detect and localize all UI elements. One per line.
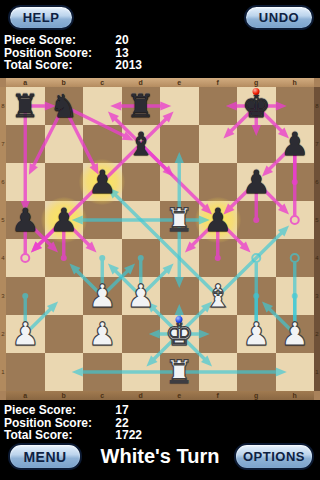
square-h5[interactable] xyxy=(276,201,315,239)
rank-label-7: 7 xyxy=(314,125,320,163)
square-a1[interactable] xyxy=(6,353,45,391)
black-pawn-g6[interactable]: ♟ xyxy=(237,163,276,201)
file-label-c: c xyxy=(83,391,122,400)
square-g4[interactable] xyxy=(237,239,276,277)
square-b4[interactable] xyxy=(45,239,84,277)
piece-score-row: Piece Score: 17 xyxy=(4,404,224,417)
white-pawn-d3[interactable]: ♟ xyxy=(122,277,161,315)
black-bishop-icon: ♝ xyxy=(122,125,161,163)
file-label-a: a xyxy=(6,391,45,400)
square-c5[interactable] xyxy=(83,201,122,239)
square-b6[interactable] xyxy=(45,163,84,201)
total-score-value: 2013 xyxy=(115,58,142,72)
white-pawn-icon: ♟ xyxy=(83,315,122,353)
square-d5[interactable] xyxy=(122,201,161,239)
square-c4[interactable] xyxy=(83,239,122,277)
square-b2[interactable] xyxy=(45,315,84,353)
file-label-h: h xyxy=(276,391,315,400)
white-pawn-icon: ♟ xyxy=(83,277,122,315)
black-rook-d8[interactable]: ♜ xyxy=(122,87,161,125)
total-score-value: 1722 xyxy=(115,428,142,442)
black-king-jewel-icon xyxy=(253,88,260,95)
white-pawn-icon: ♟ xyxy=(6,315,45,353)
rank-label-5: 5 xyxy=(314,201,320,239)
file-labels-top: abcdefgh xyxy=(6,78,314,87)
square-d4[interactable] xyxy=(122,239,161,277)
square-e4[interactable] xyxy=(160,239,199,277)
piece-score-row: Piece Score: 20 xyxy=(4,34,224,47)
black-score-panel: Piece Score: 20 Position Score: 13 Total… xyxy=(4,34,224,72)
rank-labels-right: 87654321 xyxy=(314,87,320,391)
file-label-c: c xyxy=(83,78,122,87)
black-pawn-icon: ♟ xyxy=(199,201,238,239)
white-pawn-g2[interactable]: ♟ xyxy=(237,315,276,353)
square-a7[interactable] xyxy=(6,125,45,163)
square-f4[interactable] xyxy=(199,239,238,277)
total-score-row: Total Score: 2013 xyxy=(4,59,224,72)
file-label-b: b xyxy=(45,78,84,87)
black-rook-icon: ♜ xyxy=(122,87,161,125)
white-rook-icon: ♜ xyxy=(160,353,199,391)
file-label-g: g xyxy=(237,78,276,87)
square-d1[interactable] xyxy=(122,353,161,391)
square-a4[interactable] xyxy=(6,239,45,277)
black-pawn-icon: ♟ xyxy=(45,201,84,239)
square-h1[interactable] xyxy=(276,353,315,391)
black-pawn-h7[interactable]: ♟ xyxy=(276,125,315,163)
square-c7[interactable] xyxy=(83,125,122,163)
black-king-g8[interactable]: ♚ xyxy=(237,87,276,125)
chess-app-screen: HELP UNDO Piece Score: 20 Position Score… xyxy=(0,0,320,480)
rank-label-3: 3 xyxy=(314,277,320,315)
white-rook-e1[interactable]: ♜ xyxy=(160,353,199,391)
black-pawn-b5[interactable]: ♟ xyxy=(45,201,84,239)
total-score-row: Total Score: 1722 xyxy=(4,429,224,442)
square-e6[interactable] xyxy=(160,163,199,201)
square-g3[interactable] xyxy=(237,277,276,315)
white-rook-e5[interactable]: ♜ xyxy=(160,201,199,239)
black-pawn-icon: ♟ xyxy=(237,163,276,201)
white-king-e2[interactable]: ♚ xyxy=(160,315,199,353)
rank-label-4: 4 xyxy=(314,239,320,277)
square-f8[interactable] xyxy=(199,87,238,125)
black-rook-a8[interactable]: ♜ xyxy=(6,87,45,125)
square-h6[interactable] xyxy=(276,163,315,201)
square-b3[interactable] xyxy=(45,277,84,315)
white-pawn-icon: ♟ xyxy=(276,315,315,353)
rank-label-2: 2 xyxy=(314,315,320,353)
black-pawn-icon: ♟ xyxy=(276,125,315,163)
piece-score-label: Piece Score: xyxy=(4,404,112,417)
square-d2[interactable] xyxy=(122,315,161,353)
square-c8[interactable] xyxy=(83,87,122,125)
white-bishop-f3[interactable]: ♝ xyxy=(199,277,238,315)
square-a6[interactable] xyxy=(6,163,45,201)
white-pawn-h2[interactable]: ♟ xyxy=(276,315,315,353)
square-h3[interactable] xyxy=(276,277,315,315)
menu-button[interactable]: MENU xyxy=(8,443,82,470)
file-label-d: d xyxy=(122,78,161,87)
white-score-panel: Piece Score: 17 Position Score: 22 Total… xyxy=(4,404,224,442)
square-a3[interactable] xyxy=(6,277,45,315)
black-pawn-c6[interactable]: ♟ xyxy=(83,163,122,201)
black-pawn-f5[interactable]: ♟ xyxy=(199,201,238,239)
square-h4[interactable] xyxy=(276,239,315,277)
square-g7[interactable] xyxy=(237,125,276,163)
chess-board[interactable]: abcdefgh 87654321 87654321 abcdefgh ♜♞♜♚… xyxy=(0,78,320,400)
square-f2[interactable] xyxy=(199,315,238,353)
square-f1[interactable] xyxy=(199,353,238,391)
white-rook-icon: ♜ xyxy=(160,201,199,239)
rank-label-6: 6 xyxy=(314,163,320,201)
total-score-label: Total Score: xyxy=(4,59,112,72)
square-c1[interactable] xyxy=(83,353,122,391)
square-g5[interactable] xyxy=(237,201,276,239)
white-pawn-c3[interactable]: ♟ xyxy=(83,277,122,315)
file-label-h: h xyxy=(276,78,315,87)
white-pawn-icon: ♟ xyxy=(237,315,276,353)
options-button[interactable]: OPTIONS xyxy=(234,443,314,470)
white-pawn-icon: ♟ xyxy=(122,277,161,315)
square-d6[interactable] xyxy=(122,163,161,201)
white-king-jewel-icon xyxy=(176,316,183,323)
white-pawn-a2[interactable]: ♟ xyxy=(6,315,45,353)
file-label-g: g xyxy=(237,391,276,400)
black-knight-b8[interactable]: ♞ xyxy=(45,87,84,125)
white-pawn-c2[interactable]: ♟ xyxy=(83,315,122,353)
help-button[interactable]: HELP xyxy=(8,5,74,30)
piece-score-label: Piece Score: xyxy=(4,34,112,47)
black-knight-icon: ♞ xyxy=(45,87,84,125)
black-rook-icon: ♜ xyxy=(6,87,45,125)
square-h8[interactable] xyxy=(276,87,315,125)
square-f7[interactable] xyxy=(199,125,238,163)
square-e7[interactable] xyxy=(160,125,199,163)
square-f6[interactable] xyxy=(199,163,238,201)
rank-label-8: 8 xyxy=(314,87,320,125)
total-score-label: Total Score: xyxy=(4,429,112,442)
black-pawn-icon: ♟ xyxy=(6,201,45,239)
white-bishop-icon: ♝ xyxy=(199,277,238,315)
file-labels-bottom: abcdefgh xyxy=(6,391,314,400)
file-label-b: b xyxy=(45,391,84,400)
rank-label-1: 1 xyxy=(314,353,320,391)
black-bishop-d7[interactable]: ♝ xyxy=(122,125,161,163)
square-b1[interactable] xyxy=(45,353,84,391)
black-pawn-icon: ♟ xyxy=(83,163,122,201)
file-label-f: f xyxy=(199,391,238,400)
undo-button[interactable]: UNDO xyxy=(244,5,314,30)
file-label-e: e xyxy=(160,391,199,400)
black-pawn-a5[interactable]: ♟ xyxy=(6,201,45,239)
file-label-d: d xyxy=(122,391,161,400)
file-label-a: a xyxy=(6,78,45,87)
square-g1[interactable] xyxy=(237,353,276,391)
square-e3[interactable] xyxy=(160,277,199,315)
file-label-f: f xyxy=(199,78,238,87)
square-e8[interactable] xyxy=(160,87,199,125)
square-b7[interactable] xyxy=(45,125,84,163)
file-label-e: e xyxy=(160,78,199,87)
